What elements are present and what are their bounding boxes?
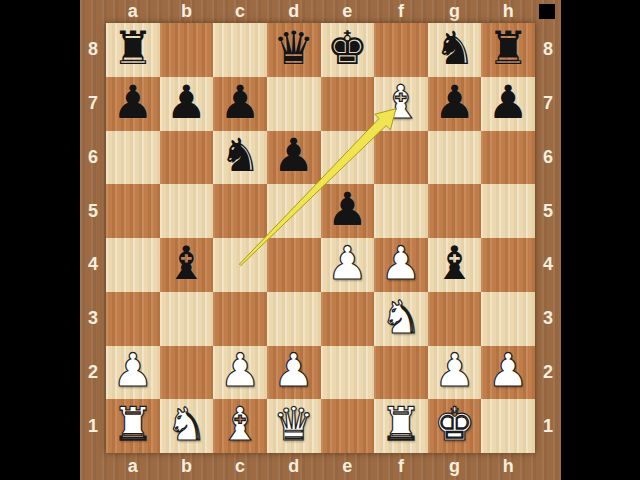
square-g8[interactable]: ♞ <box>428 23 482 77</box>
rank-labels-right: 87654321 <box>535 23 561 453</box>
file-label-h: h <box>481 0 535 23</box>
square-a5[interactable] <box>106 184 160 238</box>
black-pawn-h7: ♟ <box>488 79 529 125</box>
square-b4[interactable]: ♝ <box>160 238 214 292</box>
square-b1[interactable]: ♞ <box>160 399 214 453</box>
white-rook-a1: ♜ <box>112 401 153 447</box>
black-king-e8: ♚ <box>327 25 368 71</box>
rank-label-2: 2 <box>535 346 561 400</box>
white-pawn-a2: ♟ <box>112 347 153 393</box>
square-c6[interactable]: ♞ <box>213 131 267 185</box>
white-pawn-f4: ♟ <box>380 240 421 286</box>
square-g5[interactable] <box>428 184 482 238</box>
black-pawn-e5: ♟ <box>327 186 368 232</box>
rank-label-6: 6 <box>80 131 106 185</box>
square-c5[interactable] <box>213 184 267 238</box>
square-e2[interactable] <box>321 346 375 400</box>
square-b7[interactable]: ♟ <box>160 77 214 131</box>
file-label-d: d <box>267 0 321 23</box>
square-f1[interactable]: ♜ <box>374 399 428 453</box>
square-c1[interactable]: ♝ <box>213 399 267 453</box>
black-knight-g8: ♞ <box>434 25 475 71</box>
square-c2[interactable]: ♟ <box>213 346 267 400</box>
square-d1[interactable]: ♛ <box>267 399 321 453</box>
file-label-g: g <box>428 0 482 23</box>
white-bishop-f7: ♝ <box>380 79 421 125</box>
file-label-b: b <box>160 0 214 23</box>
board-frame: abcdefgh abcdefgh 87654321 87654321 ♜♛♚♞… <box>80 0 561 480</box>
file-labels-bottom: abcdefgh <box>106 453 535 480</box>
white-pawn-d2: ♟ <box>273 347 314 393</box>
square-f5[interactable] <box>374 184 428 238</box>
square-h8[interactable]: ♜ <box>481 23 535 77</box>
chess-board: ♜♛♚♞♜♟♟♟♝♟♟♞♟♟♝♟♟♝♞♟♟♟♟♟♜♞♝♛♜♚ <box>106 23 535 453</box>
file-label-e: e <box>321 453 375 480</box>
rank-label-4: 4 <box>80 238 106 292</box>
black-pawn-d6: ♟ <box>273 132 314 178</box>
square-c4[interactable] <box>213 238 267 292</box>
file-label-f: f <box>374 453 428 480</box>
black-bishop-g4: ♝ <box>434 240 475 286</box>
rank-label-5: 5 <box>80 184 106 238</box>
square-g2[interactable]: ♟ <box>428 346 482 400</box>
square-f2[interactable] <box>374 346 428 400</box>
square-a1[interactable]: ♜ <box>106 399 160 453</box>
square-e6[interactable] <box>321 131 375 185</box>
rank-label-6: 6 <box>535 131 561 185</box>
square-f8[interactable] <box>374 23 428 77</box>
square-b6[interactable] <box>160 131 214 185</box>
square-f4[interactable]: ♟ <box>374 238 428 292</box>
rank-label-2: 2 <box>80 346 106 400</box>
white-knight-b1: ♞ <box>166 401 207 447</box>
rank-label-1: 1 <box>80 399 106 453</box>
black-to-move-indicator <box>539 4 555 19</box>
square-b3[interactable] <box>160 292 214 346</box>
square-d5[interactable] <box>267 184 321 238</box>
rank-label-8: 8 <box>535 23 561 77</box>
square-e7[interactable] <box>321 77 375 131</box>
black-rook-h8: ♜ <box>488 25 529 71</box>
square-g3[interactable] <box>428 292 482 346</box>
rank-label-7: 7 <box>80 77 106 131</box>
square-d7[interactable] <box>267 77 321 131</box>
square-b2[interactable] <box>160 346 214 400</box>
square-g6[interactable] <box>428 131 482 185</box>
file-label-c: c <box>213 0 267 23</box>
file-label-e: e <box>321 0 375 23</box>
square-e5[interactable]: ♟ <box>321 184 375 238</box>
square-e8[interactable]: ♚ <box>321 23 375 77</box>
file-label-d: d <box>267 453 321 480</box>
rank-label-4: 4 <box>535 238 561 292</box>
file-label-a: a <box>106 453 160 480</box>
square-g7[interactable]: ♟ <box>428 77 482 131</box>
square-g1[interactable]: ♚ <box>428 399 482 453</box>
square-g4[interactable]: ♝ <box>428 238 482 292</box>
white-bishop-c1: ♝ <box>219 401 260 447</box>
video-frame: abcdefgh abcdefgh 87654321 87654321 ♜♛♚♞… <box>0 0 640 480</box>
square-h5[interactable] <box>481 184 535 238</box>
square-d2[interactable]: ♟ <box>267 346 321 400</box>
file-label-f: f <box>374 0 428 23</box>
square-a3[interactable] <box>106 292 160 346</box>
square-c8[interactable] <box>213 23 267 77</box>
square-d4[interactable] <box>267 238 321 292</box>
black-bishop-b4: ♝ <box>166 240 207 286</box>
rank-label-7: 7 <box>535 77 561 131</box>
black-queen-d8: ♛ <box>273 25 314 71</box>
file-label-b: b <box>160 453 214 480</box>
square-h6[interactable] <box>481 131 535 185</box>
square-a6[interactable] <box>106 131 160 185</box>
square-e3[interactable] <box>321 292 375 346</box>
rank-label-3: 3 <box>535 292 561 346</box>
square-b8[interactable] <box>160 23 214 77</box>
white-queen-d1: ♛ <box>273 401 314 447</box>
black-pawn-g7: ♟ <box>434 79 475 125</box>
square-f6[interactable] <box>374 131 428 185</box>
square-a8[interactable]: ♜ <box>106 23 160 77</box>
square-h1[interactable] <box>481 399 535 453</box>
square-e1[interactable] <box>321 399 375 453</box>
file-label-c: c <box>213 453 267 480</box>
white-rook-f1: ♜ <box>380 401 421 447</box>
white-pawn-c2: ♟ <box>219 347 260 393</box>
file-label-g: g <box>428 453 482 480</box>
white-pawn-h2: ♟ <box>488 347 529 393</box>
black-rook-a8: ♜ <box>112 25 153 71</box>
white-pawn-e4: ♟ <box>327 240 368 286</box>
white-knight-f3: ♞ <box>380 294 421 340</box>
file-label-h: h <box>481 453 535 480</box>
square-a7[interactable]: ♟ <box>106 77 160 131</box>
rank-label-3: 3 <box>80 292 106 346</box>
square-h2[interactable]: ♟ <box>481 346 535 400</box>
square-h3[interactable] <box>481 292 535 346</box>
square-a2[interactable]: ♟ <box>106 346 160 400</box>
rank-label-8: 8 <box>80 23 106 77</box>
square-h7[interactable]: ♟ <box>481 77 535 131</box>
square-a4[interactable] <box>106 238 160 292</box>
square-d8[interactable]: ♛ <box>267 23 321 77</box>
black-knight-c6: ♞ <box>219 132 260 178</box>
square-f7[interactable]: ♝ <box>374 77 428 131</box>
square-h4[interactable] <box>481 238 535 292</box>
square-c7[interactable]: ♟ <box>213 77 267 131</box>
square-d6[interactable]: ♟ <box>267 131 321 185</box>
rank-label-1: 1 <box>535 399 561 453</box>
black-pawn-b7: ♟ <box>166 79 207 125</box>
square-b5[interactable] <box>160 184 214 238</box>
file-labels-top: abcdefgh <box>106 0 535 23</box>
rank-label-5: 5 <box>535 184 561 238</box>
black-pawn-c7: ♟ <box>219 79 260 125</box>
white-pawn-g2: ♟ <box>434 347 475 393</box>
square-c3[interactable] <box>213 292 267 346</box>
rank-labels-left: 87654321 <box>80 23 106 453</box>
white-king-g1: ♚ <box>434 401 475 447</box>
square-e4[interactable]: ♟ <box>321 238 375 292</box>
square-f3[interactable]: ♞ <box>374 292 428 346</box>
file-label-a: a <box>106 0 160 23</box>
black-pawn-a7: ♟ <box>112 79 153 125</box>
square-d3[interactable] <box>267 292 321 346</box>
